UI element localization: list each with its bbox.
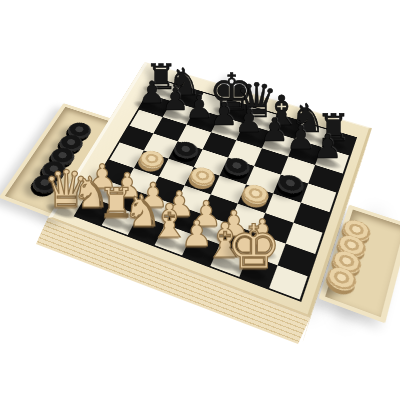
product-photo-scene: ♜♞♚♛♝♞♜♟♟♟♟♟♟♟♟♟♟♟♟♟♟♟♞♜♞♝♟♝♚♛ [0,0,400,400]
board-plane [48,62,372,318]
board-frame [48,62,372,318]
flat-pieces-layer [147,64,369,129]
